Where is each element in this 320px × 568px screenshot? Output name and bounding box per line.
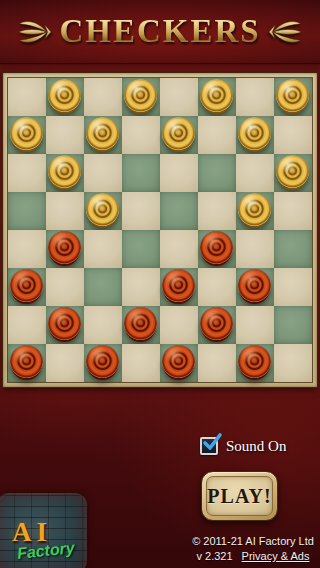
gold-piece[interactable] xyxy=(86,193,119,226)
title-bar: CHECKERS xyxy=(0,0,320,63)
square-r8c7[interactable] xyxy=(236,344,274,382)
square-r2c5[interactable] xyxy=(160,116,198,154)
square-r2c2 xyxy=(46,116,84,154)
square-r4c2 xyxy=(46,192,84,230)
footer: © 2011-21 AI Factory Ltd v 2.321Privacy … xyxy=(188,534,318,564)
page-title: CHECKERS xyxy=(59,13,260,50)
square-r7c5 xyxy=(160,306,198,344)
square-r1c7 xyxy=(236,78,274,116)
square-r5c4[interactable] xyxy=(122,230,160,268)
square-r2c1[interactable] xyxy=(8,116,46,154)
square-r4c1[interactable] xyxy=(8,192,46,230)
square-r4c3[interactable] xyxy=(84,192,122,230)
square-r1c5 xyxy=(160,78,198,116)
square-r8c1[interactable] xyxy=(8,344,46,382)
square-r6c5[interactable] xyxy=(160,268,198,306)
square-r1c4[interactable] xyxy=(122,78,160,116)
square-r7c1 xyxy=(8,306,46,344)
red-piece[interactable] xyxy=(48,307,81,340)
square-r3c6[interactable] xyxy=(198,154,236,192)
square-r7c4[interactable] xyxy=(122,306,160,344)
red-piece[interactable] xyxy=(200,307,233,340)
gold-piece[interactable] xyxy=(124,79,157,112)
square-r1c8[interactable] xyxy=(274,78,312,116)
gold-piece[interactable] xyxy=(10,117,43,150)
square-r2c6 xyxy=(198,116,236,154)
ornament-right-icon xyxy=(268,16,304,48)
square-r6c3[interactable] xyxy=(84,268,122,306)
ornament-left-icon xyxy=(16,16,52,48)
red-piece[interactable] xyxy=(238,345,271,378)
gold-piece[interactable] xyxy=(48,155,81,188)
square-r6c2 xyxy=(46,268,84,306)
play-button[interactable]: PLAY! xyxy=(201,471,278,521)
app-screen: CHECKERS Sound On PLAY! AI Factory xyxy=(0,0,320,568)
gold-piece[interactable] xyxy=(276,79,309,112)
copyright-text: © 2011-21 AI Factory Ltd xyxy=(188,534,318,549)
square-r1c1 xyxy=(8,78,46,116)
play-button-label: PLAY! xyxy=(207,485,271,508)
red-piece[interactable] xyxy=(10,269,43,302)
square-r6c6 xyxy=(198,268,236,306)
red-piece[interactable] xyxy=(162,345,195,378)
square-r8c3[interactable] xyxy=(84,344,122,382)
square-r5c1 xyxy=(8,230,46,268)
check-icon xyxy=(202,432,223,453)
square-r5c6[interactable] xyxy=(198,230,236,268)
square-r8c4 xyxy=(122,344,160,382)
gold-piece[interactable] xyxy=(238,117,271,150)
square-r5c3 xyxy=(84,230,122,268)
square-r3c8[interactable] xyxy=(274,154,312,192)
ai-factory-logo[interactable]: AI Factory xyxy=(0,493,87,568)
sound-checkbox[interactable] xyxy=(200,437,218,455)
gold-piece[interactable] xyxy=(200,79,233,112)
square-r5c7 xyxy=(236,230,274,268)
gold-piece[interactable] xyxy=(238,193,271,226)
square-r3c4[interactable] xyxy=(122,154,160,192)
gold-piece[interactable] xyxy=(276,155,309,188)
square-r2c3[interactable] xyxy=(84,116,122,154)
red-piece[interactable] xyxy=(10,345,43,378)
square-r5c8[interactable] xyxy=(274,230,312,268)
square-r2c7[interactable] xyxy=(236,116,274,154)
square-r8c6 xyxy=(198,344,236,382)
version-text: v 2.321 xyxy=(197,550,233,562)
board-frame xyxy=(3,73,317,387)
square-r3c3 xyxy=(84,154,122,192)
square-r4c4 xyxy=(122,192,160,230)
play-button-inner: PLAY! xyxy=(206,476,273,516)
square-r5c2[interactable] xyxy=(46,230,84,268)
board xyxy=(8,78,312,382)
square-r3c5 xyxy=(160,154,198,192)
square-r5c5 xyxy=(160,230,198,268)
square-r3c1 xyxy=(8,154,46,192)
square-r6c8 xyxy=(274,268,312,306)
square-r3c2[interactable] xyxy=(46,154,84,192)
square-r6c4 xyxy=(122,268,160,306)
square-r7c6[interactable] xyxy=(198,306,236,344)
sound-row: Sound On xyxy=(200,437,286,455)
privacy-ads-link[interactable]: Privacy & Ads xyxy=(242,550,310,562)
square-r7c7 xyxy=(236,306,274,344)
red-piece[interactable] xyxy=(238,269,271,302)
footer-line2: v 2.321Privacy & Ads xyxy=(188,549,318,564)
red-piece[interactable] xyxy=(48,231,81,264)
square-r6c1[interactable] xyxy=(8,268,46,306)
square-r1c3 xyxy=(84,78,122,116)
square-r4c7[interactable] xyxy=(236,192,274,230)
square-r1c6[interactable] xyxy=(198,78,236,116)
square-r8c2 xyxy=(46,344,84,382)
square-r2c8 xyxy=(274,116,312,154)
red-piece[interactable] xyxy=(124,307,157,340)
red-piece[interactable] xyxy=(162,269,195,302)
square-r1c2[interactable] xyxy=(46,78,84,116)
square-r8c8 xyxy=(274,344,312,382)
square-r7c8[interactable] xyxy=(274,306,312,344)
square-r4c6 xyxy=(198,192,236,230)
red-piece[interactable] xyxy=(86,345,119,378)
gold-piece[interactable] xyxy=(86,117,119,150)
square-r6c7[interactable] xyxy=(236,268,274,306)
square-r7c3 xyxy=(84,306,122,344)
square-r4c5[interactable] xyxy=(160,192,198,230)
square-r3c7 xyxy=(236,154,274,192)
sound-label: Sound On xyxy=(226,438,286,455)
square-r2c4 xyxy=(122,116,160,154)
square-r7c2[interactable] xyxy=(46,306,84,344)
red-piece[interactable] xyxy=(200,231,233,264)
square-r8c5[interactable] xyxy=(160,344,198,382)
square-r4c8 xyxy=(274,192,312,230)
gold-piece[interactable] xyxy=(162,117,195,150)
gold-piece[interactable] xyxy=(48,79,81,112)
